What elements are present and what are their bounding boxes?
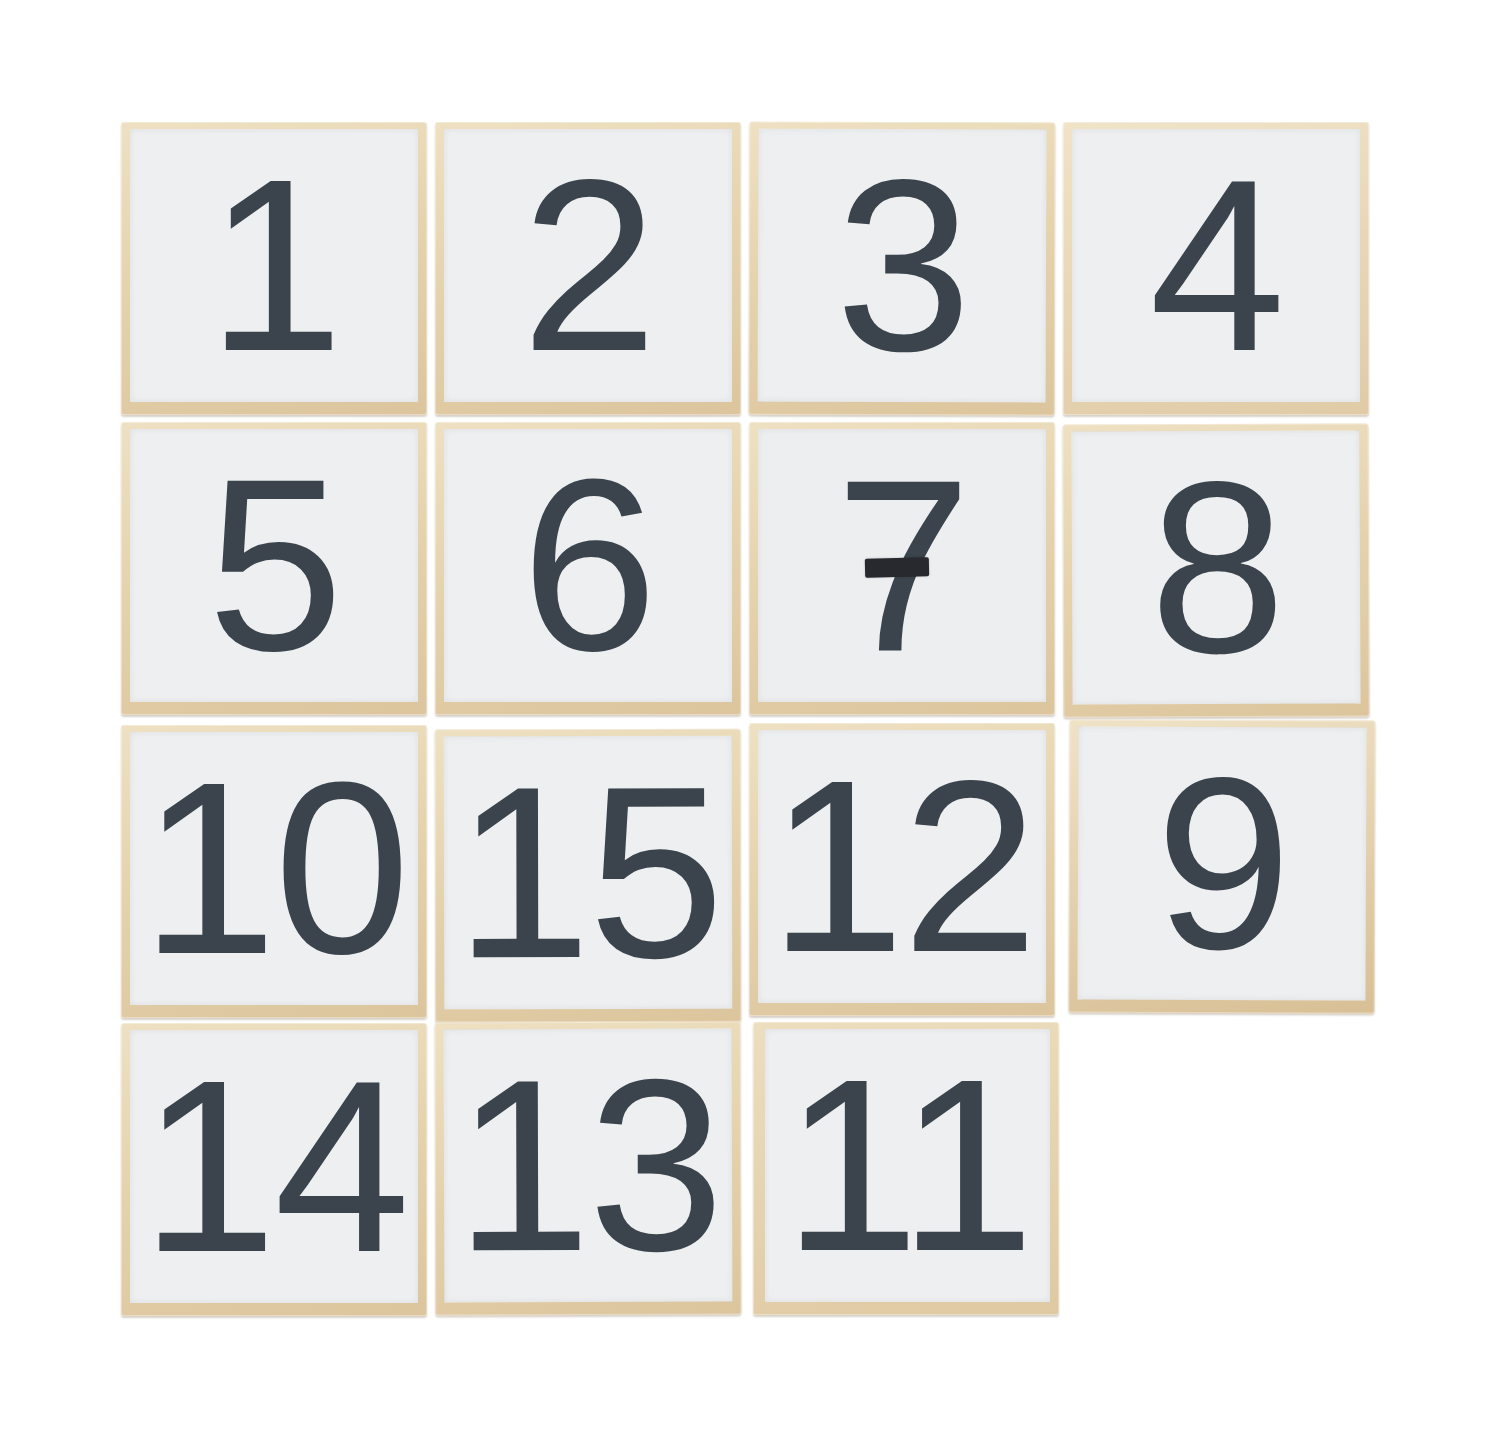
tile-9-label: 9 [1155,741,1289,986]
tile-2-label: 2 [521,143,654,388]
tile-11[interactable]: 11 [753,1022,1059,1315]
tile-7[interactable]: 7 [749,422,1055,715]
tile-4-paper: 4 [1072,129,1360,402]
tile-12-label: 12 [769,744,1036,989]
tile-15-paper: 15 [444,736,732,1010]
empty-cell [1063,1022,1369,1315]
tile-15[interactable]: 15 [435,729,742,1023]
seven-crossbar-mark [865,557,929,577]
tile-5-label: 5 [207,443,340,688]
tile-10-paper: 10 [130,732,418,1005]
tile-11-paper: 11 [765,1029,1050,1302]
tile-8-label: 8 [1149,445,1283,690]
tile-5[interactable]: 5 [121,422,427,715]
tile-1[interactable]: 1 [121,122,427,415]
tile-4[interactable]: 4 [1063,122,1369,415]
tile-1-paper: 1 [130,129,418,402]
tile-12-paper: 12 [758,730,1046,1003]
tile-6-label: 6 [521,443,654,688]
tile-2-paper: 2 [444,129,732,402]
tile-6-paper: 6 [444,429,732,702]
tile-3[interactable]: 3 [749,122,1056,416]
tile-13-label: 13 [454,1043,721,1289]
tile-13[interactable]: 13 [435,1022,742,1316]
tile-9-paper: 9 [1078,726,1367,1000]
tile-14-label: 14 [141,1044,408,1289]
tile-14[interactable]: 14 [121,1023,427,1316]
tile-2[interactable]: 2 [435,122,741,415]
tile-13-paper: 13 [444,1029,733,1303]
puzzle-photo: 1 2 3 4 5 6 [0,0,1500,1437]
fifteen-puzzle-board: 1 2 3 4 5 6 [121,122,1369,1315]
tile-15-label: 15 [455,750,722,995]
tile-7-paper: 7 [758,429,1046,702]
tile-6[interactable]: 6 [435,422,741,715]
tile-3-label: 3 [835,143,969,388]
tile-10[interactable]: 10 [121,725,427,1018]
tile-12[interactable]: 12 [749,723,1055,1016]
tile-9[interactable]: 9 [1068,719,1375,1013]
tile-8-paper: 8 [1072,430,1361,704]
tile-11-label: 11 [783,1043,1031,1288]
tile-10-label: 10 [141,746,408,991]
tile-4-label: 4 [1149,143,1282,388]
tile-14-paper: 14 [130,1030,418,1303]
tile-1-label: 1 [207,143,340,388]
tile-3-paper: 3 [758,129,1047,403]
tile-5-paper: 5 [130,429,418,702]
tile-8[interactable]: 8 [1062,423,1369,717]
